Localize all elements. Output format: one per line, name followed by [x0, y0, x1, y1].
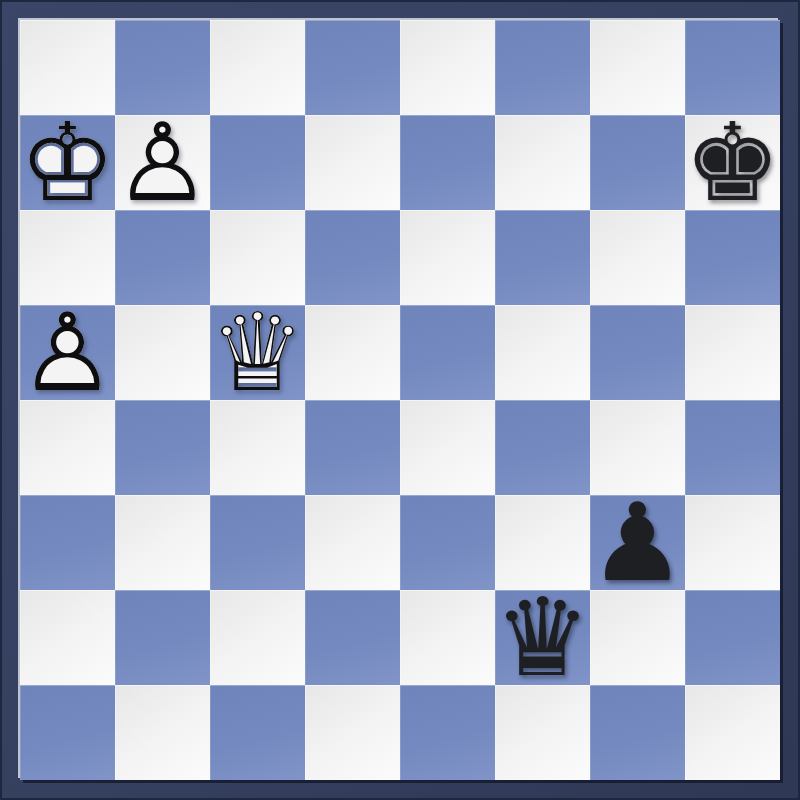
board-frame: ♚♔♟♙♚♟♙♛♕♟♛: [0, 0, 800, 800]
square-b4[interactable]: [115, 400, 210, 495]
square-g1[interactable]: [590, 685, 685, 780]
square-g5[interactable]: [590, 305, 685, 400]
square-g7[interactable]: [590, 115, 685, 210]
square-c7[interactable]: [210, 115, 305, 210]
square-e3[interactable]: [400, 495, 495, 590]
square-c2[interactable]: [210, 590, 305, 685]
square-h7[interactable]: ♚: [685, 115, 780, 210]
white-queen-outline-icon: ♕: [210, 305, 305, 400]
square-g3[interactable]: ♟: [590, 495, 685, 590]
square-h6[interactable]: [685, 210, 780, 305]
square-b3[interactable]: [115, 495, 210, 590]
white-queen-icon: ♛: [210, 305, 305, 400]
square-d1[interactable]: [305, 685, 400, 780]
chess-board: ♚♔♟♙♚♟♙♛♕♟♛: [20, 20, 780, 780]
square-c5[interactable]: ♛♕: [210, 305, 305, 400]
square-g6[interactable]: [590, 210, 685, 305]
piece-black-pawn-g3: ♟: [590, 495, 685, 590]
square-d3[interactable]: [305, 495, 400, 590]
square-d4[interactable]: [305, 400, 400, 495]
square-b1[interactable]: [115, 685, 210, 780]
square-a1[interactable]: [20, 685, 115, 780]
square-b7[interactable]: ♟♙: [115, 115, 210, 210]
white-pawn-outline-icon: ♙: [115, 115, 210, 210]
square-b5[interactable]: [115, 305, 210, 400]
white-pawn-icon: ♟: [20, 305, 115, 400]
black-queen-icon: ♛: [495, 590, 590, 685]
square-a7[interactable]: ♚♔: [20, 115, 115, 210]
piece-black-queen-f2: ♛: [495, 590, 590, 685]
square-d5[interactable]: [305, 305, 400, 400]
piece-white-pawn-a5: ♟♙: [20, 305, 115, 400]
square-f4[interactable]: [495, 400, 590, 495]
square-h8[interactable]: [685, 20, 780, 115]
square-b2[interactable]: [115, 590, 210, 685]
square-h1[interactable]: [685, 685, 780, 780]
square-c4[interactable]: [210, 400, 305, 495]
square-h2[interactable]: [685, 590, 780, 685]
square-e8[interactable]: [400, 20, 495, 115]
square-d8[interactable]: [305, 20, 400, 115]
square-g8[interactable]: [590, 20, 685, 115]
square-e5[interactable]: [400, 305, 495, 400]
square-c6[interactable]: [210, 210, 305, 305]
square-c1[interactable]: [210, 685, 305, 780]
square-h4[interactable]: [685, 400, 780, 495]
square-d6[interactable]: [305, 210, 400, 305]
square-e2[interactable]: [400, 590, 495, 685]
white-king-outline-icon: ♔: [20, 115, 115, 210]
piece-black-king-h7: ♚: [685, 115, 780, 210]
black-pawn-icon: ♟: [590, 495, 685, 590]
square-h3[interactable]: [685, 495, 780, 590]
square-g4[interactable]: [590, 400, 685, 495]
square-g2[interactable]: [590, 590, 685, 685]
square-d2[interactable]: [305, 590, 400, 685]
square-f8[interactable]: [495, 20, 590, 115]
square-a2[interactable]: [20, 590, 115, 685]
piece-white-king-a7: ♚♔: [20, 115, 115, 210]
white-king-icon: ♚: [20, 115, 115, 210]
square-a8[interactable]: [20, 20, 115, 115]
white-pawn-outline-icon: ♙: [20, 305, 115, 400]
square-d7[interactable]: [305, 115, 400, 210]
square-b6[interactable]: [115, 210, 210, 305]
square-f1[interactable]: [495, 685, 590, 780]
square-a5[interactable]: ♟♙: [20, 305, 115, 400]
piece-white-pawn-b7: ♟♙: [115, 115, 210, 210]
square-a3[interactable]: [20, 495, 115, 590]
square-f2[interactable]: ♛: [495, 590, 590, 685]
square-f7[interactable]: [495, 115, 590, 210]
square-c8[interactable]: [210, 20, 305, 115]
square-a4[interactable]: [20, 400, 115, 495]
square-b8[interactable]: [115, 20, 210, 115]
square-e6[interactable]: [400, 210, 495, 305]
square-e1[interactable]: [400, 685, 495, 780]
square-a6[interactable]: [20, 210, 115, 305]
square-e4[interactable]: [400, 400, 495, 495]
square-f5[interactable]: [495, 305, 590, 400]
piece-white-queen-c5: ♛♕: [210, 305, 305, 400]
white-pawn-icon: ♟: [115, 115, 210, 210]
square-e7[interactable]: [400, 115, 495, 210]
square-c3[interactable]: [210, 495, 305, 590]
square-h5[interactable]: [685, 305, 780, 400]
black-king-icon: ♚: [685, 115, 780, 210]
square-f6[interactable]: [495, 210, 590, 305]
square-f3[interactable]: [495, 495, 590, 590]
